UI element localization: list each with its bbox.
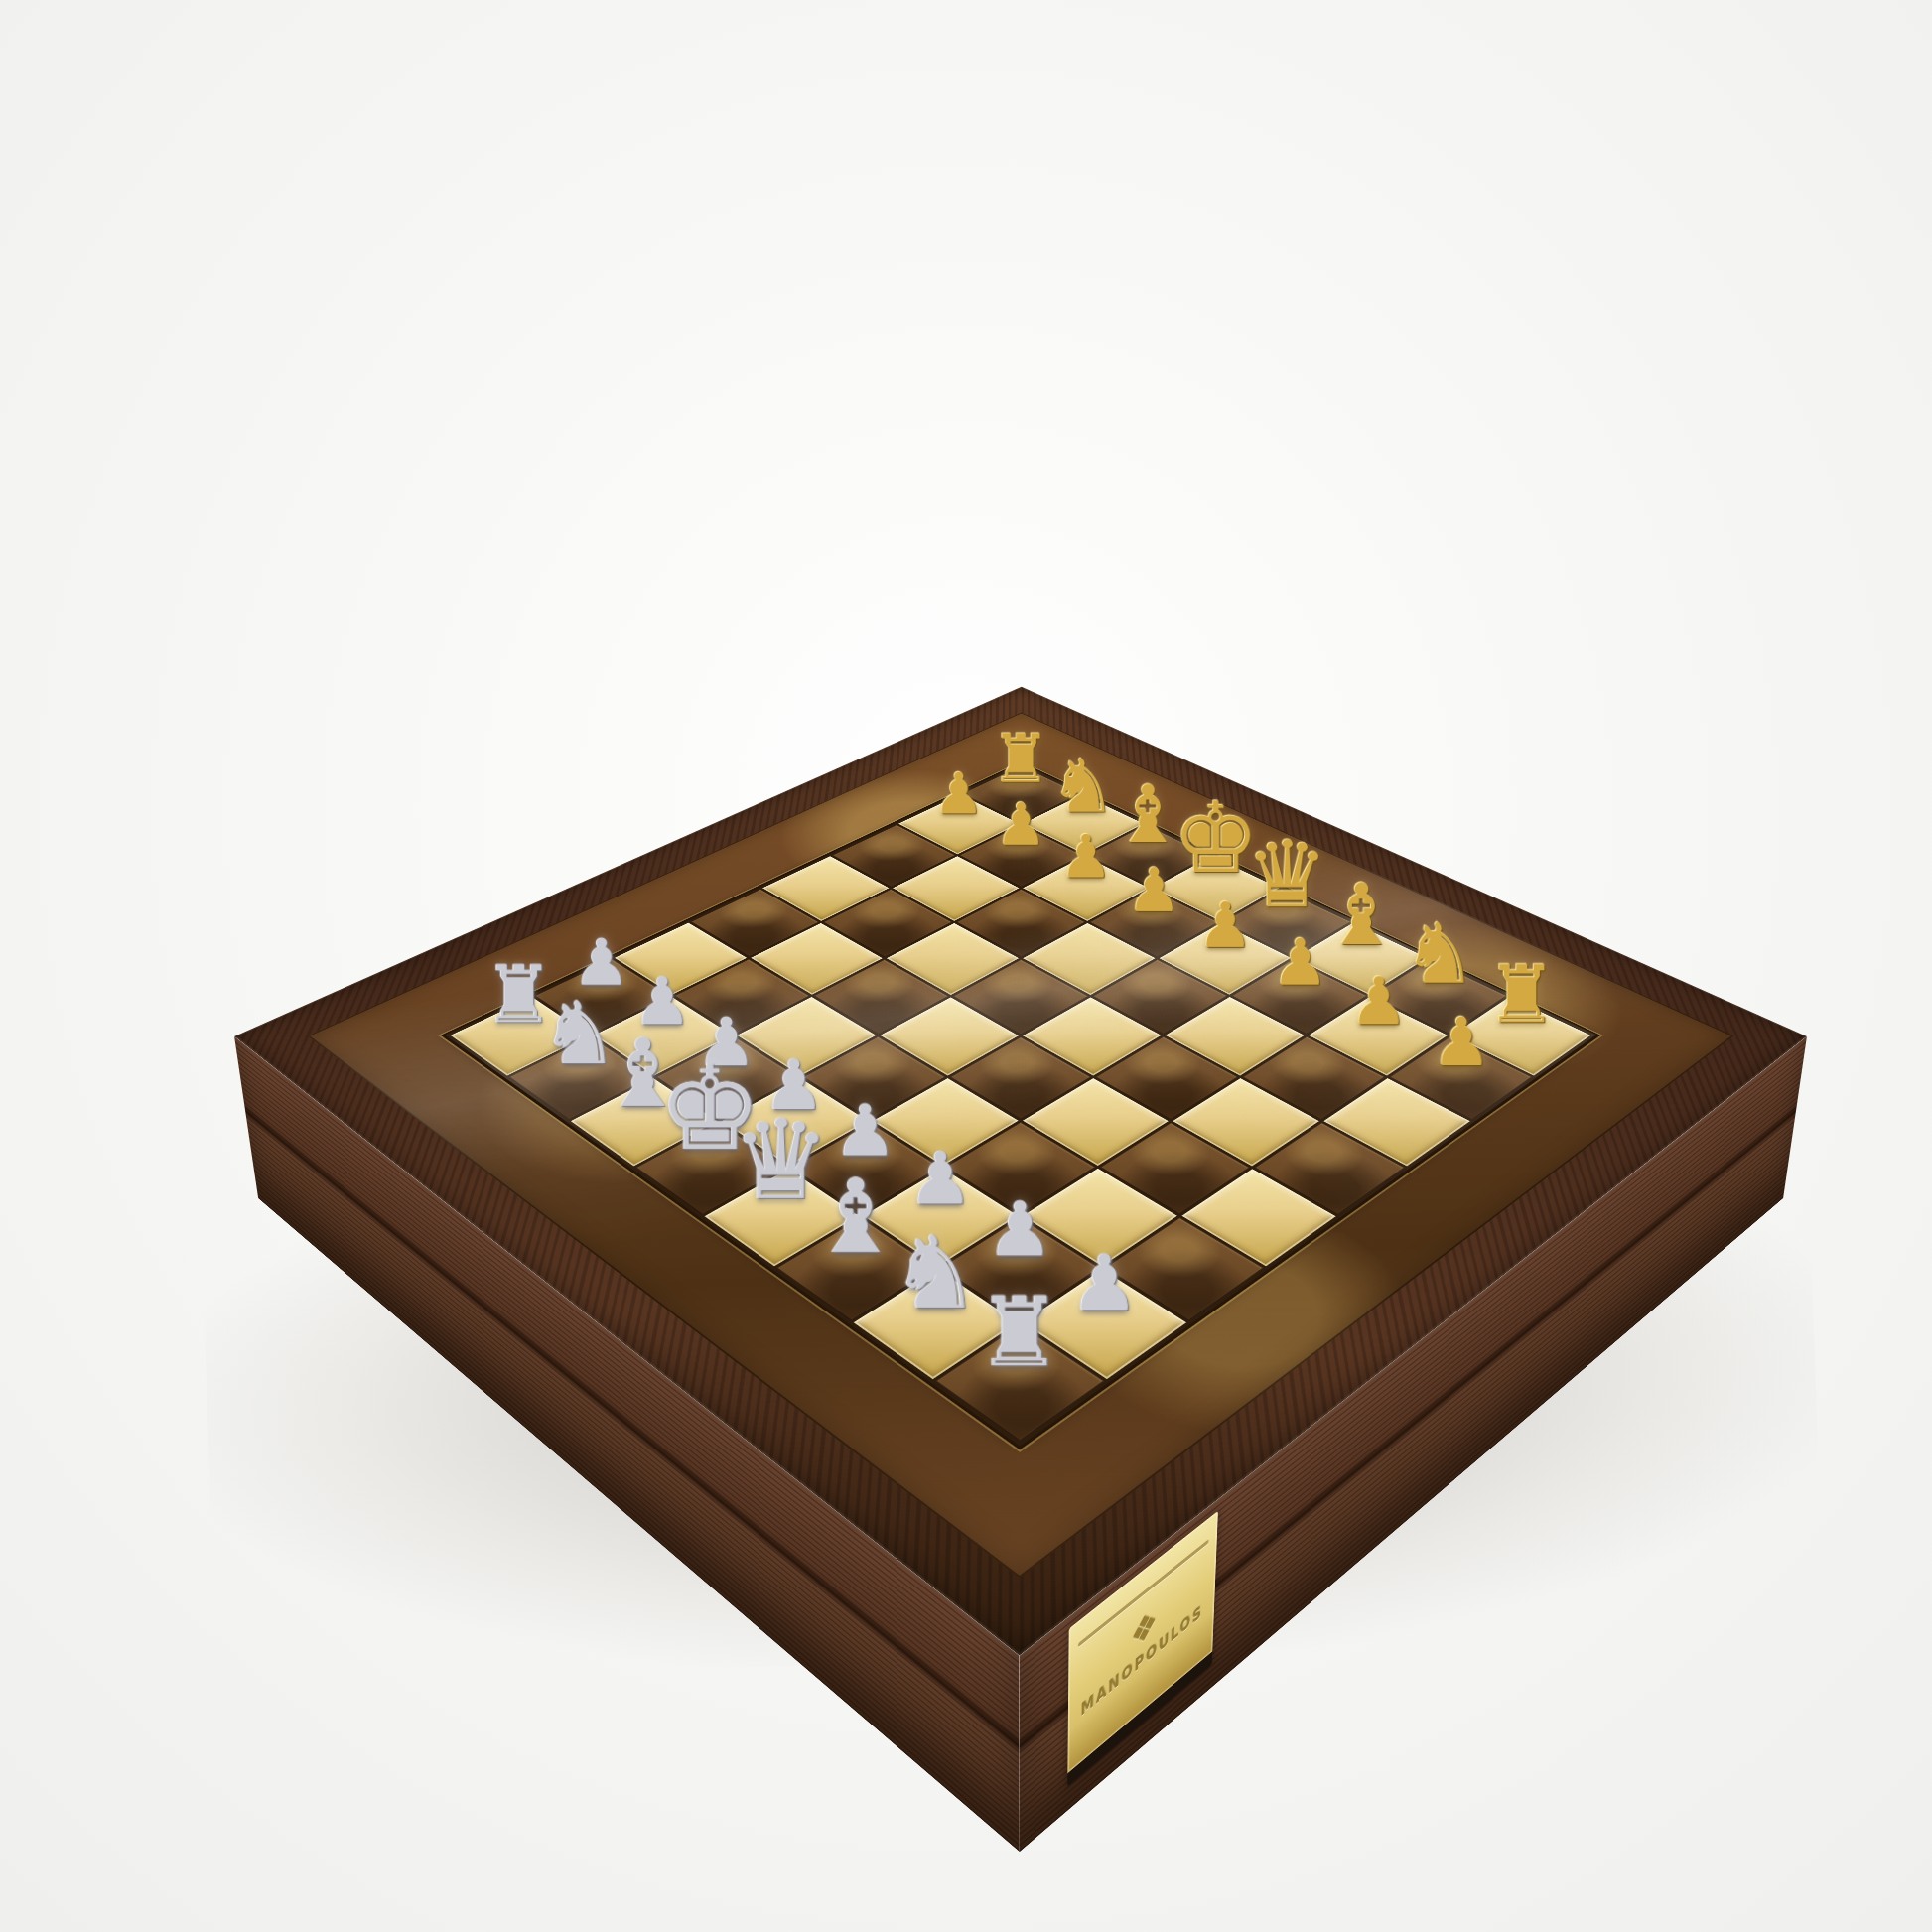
piece-white-rook[interactable]: ♜ <box>935 1187 1104 1381</box>
chess-box: ❖ MANOPOULOS ♜♞♝♚♛♝♞♜♟♟♟♟♟♟♟♟♟♟♟♟♟♟♟♟♜♞♝… <box>234 687 1807 1656</box>
scene: ❖ MANOPOULOS ♜♞♝♚♛♝♞♜♟♟♟♟♟♟♟♟♟♟♟♟♟♟♟♟♜♞♝… <box>0 0 1932 1932</box>
piece-black-pawn[interactable]: ♟ <box>1390 913 1533 1076</box>
